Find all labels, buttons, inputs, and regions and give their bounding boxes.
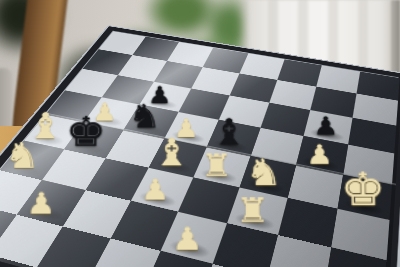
- piece-black-pawn: ♟: [313, 114, 338, 139]
- piece-white-pawn: ♟: [26, 189, 56, 218]
- piece-white-pawn: ♟: [172, 224, 203, 255]
- piece-white-rook: ♜: [202, 150, 233, 181]
- piece-white-knight: ♞: [4, 138, 40, 174]
- piece-white-pawn: ♟: [141, 176, 169, 205]
- piece-white-bishop: ♝: [153, 133, 191, 171]
- piece-white-knight: ♞: [245, 154, 282, 191]
- piece-black-bishop: ♝: [211, 114, 247, 150]
- piece-white-rook: ♜: [236, 193, 269, 227]
- photo-scene: ♟♟♟♞♟♝♟♝♚♝♜♞♚♞♟♜♟♟: [0, 0, 400, 267]
- square-f8: [277, 59, 321, 86]
- board-squares-grid: ♟♟♟♞♟♝♟♝♚♝♜♞♚♞♟♜♟♟: [0, 31, 399, 267]
- piece-black-king: ♚: [65, 112, 106, 153]
- square-f7: [269, 80, 316, 110]
- piece-white-king: ♚: [340, 167, 386, 213]
- piece-white-pawn: ♟: [306, 142, 333, 169]
- piece-black-knight: ♞: [128, 100, 161, 133]
- chessboard-3d-wrap: ♟♟♟♞♟♝♟♝♚♝♜♞♚♞♟♜♟♟: [0, 0, 400, 267]
- square-h4: ♚: [338, 175, 392, 220]
- chessboard: ♟♟♟♞♟♝♟♝♚♝♜♞♚♞♟♜♟♟: [0, 25, 400, 267]
